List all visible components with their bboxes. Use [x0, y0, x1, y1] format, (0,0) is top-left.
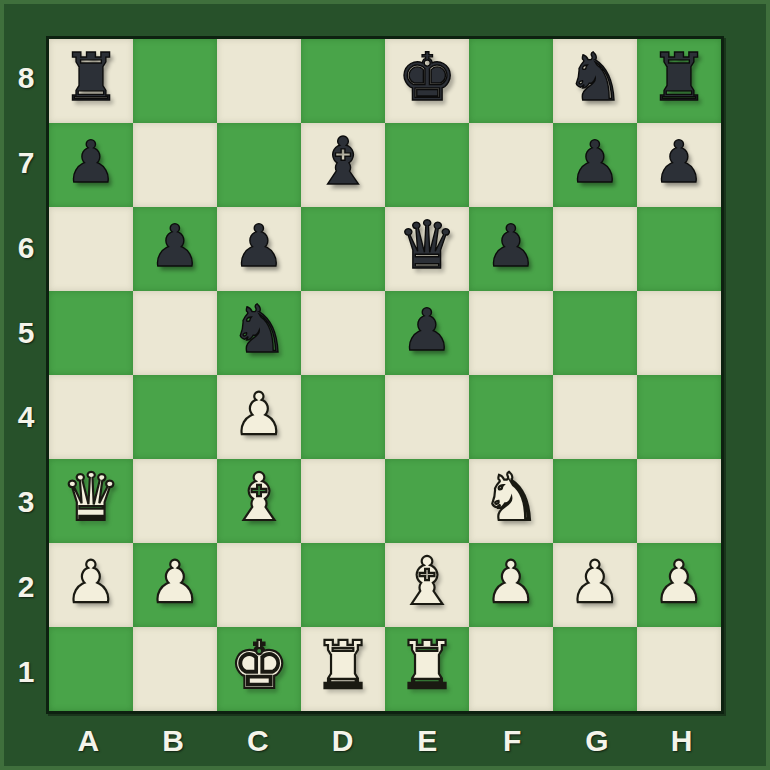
- square-h6[interactable]: [637, 207, 721, 291]
- rank-label-5: 5: [6, 290, 46, 375]
- square-g2[interactable]: ♟: [553, 543, 637, 627]
- square-e8[interactable]: ♚: [385, 39, 469, 123]
- rank-label-3: 3: [6, 460, 46, 545]
- black-bishop-icon[interactable]: ♝: [313, 129, 372, 195]
- file-label-d: D: [300, 718, 385, 764]
- file-labels: ABCDEFGH: [46, 718, 724, 764]
- file-label-h: H: [639, 718, 724, 764]
- square-d5[interactable]: [301, 291, 385, 375]
- square-e5[interactable]: ♟: [385, 291, 469, 375]
- black-pawn-icon[interactable]: ♟: [233, 217, 285, 275]
- square-d8[interactable]: [301, 39, 385, 123]
- square-d1[interactable]: ♜: [301, 627, 385, 711]
- file-label-c: C: [216, 718, 301, 764]
- square-h5[interactable]: [637, 291, 721, 375]
- black-knight-icon[interactable]: ♞: [565, 45, 624, 111]
- square-g7[interactable]: ♟: [553, 123, 637, 207]
- black-knight-icon[interactable]: ♞: [229, 297, 288, 363]
- square-a3[interactable]: ♛: [49, 459, 133, 543]
- square-f7[interactable]: [469, 123, 553, 207]
- white-rook-icon[interactable]: ♜: [397, 633, 456, 699]
- square-c6[interactable]: ♟: [217, 207, 301, 291]
- black-pawn-icon[interactable]: ♟: [401, 301, 453, 359]
- square-e4[interactable]: [385, 375, 469, 459]
- square-e2[interactable]: ♝: [385, 543, 469, 627]
- square-e3[interactable]: [385, 459, 469, 543]
- square-a8[interactable]: ♜: [49, 39, 133, 123]
- rank-label-8: 8: [6, 36, 46, 121]
- rank-label-4: 4: [6, 375, 46, 460]
- square-f4[interactable]: [469, 375, 553, 459]
- file-label-e: E: [385, 718, 470, 764]
- square-b2[interactable]: ♟: [133, 543, 217, 627]
- chess-board-frame: 87654321 ♜♚♞♜♟♝♟♟♟♟♛♟♞♟♟♛♝♞♟♟♝♟♟♟♚♜♜ ABC…: [0, 0, 770, 770]
- square-c1[interactable]: ♚: [217, 627, 301, 711]
- square-h4[interactable]: [637, 375, 721, 459]
- black-queen-icon[interactable]: ♛: [397, 213, 456, 279]
- square-g1[interactable]: [553, 627, 637, 711]
- square-c2[interactable]: [217, 543, 301, 627]
- square-g5[interactable]: [553, 291, 637, 375]
- file-label-a: A: [46, 718, 131, 764]
- white-bishop-icon[interactable]: ♝: [397, 549, 456, 615]
- square-b5[interactable]: [133, 291, 217, 375]
- square-h1[interactable]: [637, 627, 721, 711]
- square-f8[interactable]: [469, 39, 553, 123]
- square-a7[interactable]: ♟: [49, 123, 133, 207]
- square-g6[interactable]: [553, 207, 637, 291]
- file-label-g: G: [555, 718, 640, 764]
- square-c8[interactable]: [217, 39, 301, 123]
- square-c5[interactable]: ♞: [217, 291, 301, 375]
- square-b4[interactable]: [133, 375, 217, 459]
- square-h2[interactable]: ♟: [637, 543, 721, 627]
- rank-labels: 87654321: [6, 36, 46, 714]
- square-c3[interactable]: ♝: [217, 459, 301, 543]
- black-king-icon[interactable]: ♚: [397, 45, 456, 111]
- black-pawn-icon[interactable]: ♟: [65, 133, 117, 191]
- white-king-icon[interactable]: ♚: [229, 633, 288, 699]
- square-d4[interactable]: [301, 375, 385, 459]
- square-a2[interactable]: ♟: [49, 543, 133, 627]
- rank-label-2: 2: [6, 545, 46, 630]
- square-a6[interactable]: [49, 207, 133, 291]
- square-h8[interactable]: ♜: [637, 39, 721, 123]
- square-g8[interactable]: ♞: [553, 39, 637, 123]
- square-e7[interactable]: [385, 123, 469, 207]
- square-h3[interactable]: [637, 459, 721, 543]
- square-d3[interactable]: [301, 459, 385, 543]
- square-a4[interactable]: [49, 375, 133, 459]
- white-pawn-icon[interactable]: ♟: [653, 553, 705, 611]
- rank-label-1: 1: [6, 629, 46, 714]
- rank-label-6: 6: [6, 206, 46, 291]
- square-d7[interactable]: ♝: [301, 123, 385, 207]
- white-pawn-icon[interactable]: ♟: [233, 385, 285, 443]
- square-c4[interactable]: ♟: [217, 375, 301, 459]
- square-f3[interactable]: ♞: [469, 459, 553, 543]
- black-pawn-icon[interactable]: ♟: [569, 133, 621, 191]
- file-label-b: B: [131, 718, 216, 764]
- square-d2[interactable]: [301, 543, 385, 627]
- square-f1[interactable]: [469, 627, 553, 711]
- white-pawn-icon[interactable]: ♟: [485, 553, 537, 611]
- square-c7[interactable]: [217, 123, 301, 207]
- square-e1[interactable]: ♜: [385, 627, 469, 711]
- square-f6[interactable]: ♟: [469, 207, 553, 291]
- white-pawn-icon[interactable]: ♟: [149, 553, 201, 611]
- white-rook-icon[interactable]: ♜: [313, 633, 372, 699]
- white-pawn-icon[interactable]: ♟: [65, 553, 117, 611]
- black-rook-icon[interactable]: ♜: [61, 45, 120, 111]
- square-d6[interactable]: [301, 207, 385, 291]
- square-g4[interactable]: [553, 375, 637, 459]
- white-queen-icon[interactable]: ♛: [61, 465, 120, 531]
- square-g3[interactable]: [553, 459, 637, 543]
- black-pawn-icon[interactable]: ♟: [485, 217, 537, 275]
- black-rook-icon[interactable]: ♜: [649, 45, 708, 111]
- square-a1[interactable]: [49, 627, 133, 711]
- black-pawn-icon[interactable]: ♟: [149, 217, 201, 275]
- square-f2[interactable]: ♟: [469, 543, 553, 627]
- black-pawn-icon[interactable]: ♟: [653, 133, 705, 191]
- square-b1[interactable]: [133, 627, 217, 711]
- chess-board[interactable]: ♜♚♞♜♟♝♟♟♟♟♛♟♞♟♟♛♝♞♟♟♝♟♟♟♚♜♜: [46, 36, 724, 714]
- square-a5[interactable]: [49, 291, 133, 375]
- square-b6[interactable]: ♟: [133, 207, 217, 291]
- square-b3[interactable]: [133, 459, 217, 543]
- square-h7[interactable]: ♟: [637, 123, 721, 207]
- file-label-f: F: [470, 718, 555, 764]
- white-pawn-icon[interactable]: ♟: [569, 553, 621, 611]
- square-e6[interactable]: ♛: [385, 207, 469, 291]
- white-knight-icon[interactable]: ♞: [481, 465, 540, 531]
- rank-label-7: 7: [6, 121, 46, 206]
- square-b7[interactable]: [133, 123, 217, 207]
- white-bishop-icon[interactable]: ♝: [229, 465, 288, 531]
- square-b8[interactable]: [133, 39, 217, 123]
- square-f5[interactable]: [469, 291, 553, 375]
